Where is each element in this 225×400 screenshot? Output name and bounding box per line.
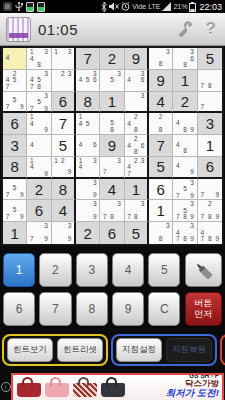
- cell-r2c5[interactable]: 35: [100, 70, 124, 92]
- pencil-note-9: 9: [91, 192, 98, 199]
- pencil-notes: 58: [100, 113, 123, 134]
- battery-widget-icon: [26, 2, 34, 12]
- cell-r6c3[interactable]: 129: [52, 157, 76, 179]
- cell-r4c4[interactable]: 145: [76, 113, 100, 135]
- given-digit: 1: [3, 222, 26, 244]
- pencil-note-2: 2: [59, 71, 66, 78]
- pencil-notes: 37: [100, 157, 123, 177]
- pencil-note-5: 5: [84, 77, 91, 84]
- cell-r6c6[interactable]: 2347: [125, 157, 149, 179]
- given-digit: 9: [125, 48, 147, 69]
- pencil-notes: 46: [76, 135, 99, 156]
- pencil-note-4: 4: [28, 164, 35, 171]
- pencil-note-4: 4: [174, 120, 181, 127]
- pencil-notes: 34789: [173, 222, 196, 244]
- cell-r4c1[interactable]: 6: [3, 113, 27, 135]
- pencil-note-5: 5: [181, 186, 188, 193]
- pencil-note-3: 3: [164, 49, 171, 56]
- cell-r8c1[interactable]: 579: [3, 200, 27, 222]
- pencil-note-3: 3: [189, 201, 196, 208]
- pencil-note-7: 7: [199, 236, 206, 243]
- pencil-notes: 489: [173, 113, 196, 134]
- pencil-notes: 149: [27, 113, 50, 134]
- pencil-note-3: 3: [164, 223, 171, 230]
- pencil-notes: 2347: [125, 157, 147, 177]
- pencil-note-3: 3: [139, 201, 146, 208]
- pencil-note-9: 9: [189, 127, 196, 134]
- pencil-notes: 39: [76, 200, 99, 221]
- cell-r4c7[interactable]: 28: [149, 113, 173, 135]
- pencil-note-8: 8: [35, 84, 42, 91]
- cell-r2c8[interactable]: 1: [173, 70, 197, 92]
- given-digit: 1: [100, 92, 123, 112]
- pencil-note-4: 4: [28, 121, 35, 128]
- pencil-note-3: 3: [139, 93, 146, 100]
- given-digit: 6: [52, 92, 74, 112]
- network-label: LTE: [148, 3, 160, 10]
- pencil-notes: 2468: [125, 135, 147, 156]
- pencil-note-4: 4: [174, 142, 181, 149]
- pencil-note-3: 3: [189, 223, 196, 230]
- cell-r8c5[interactable]: 378: [100, 200, 124, 222]
- cell-r2c1[interactable]: 2457: [3, 70, 27, 92]
- pencil-notes: 579: [3, 179, 26, 200]
- given-digit: 1: [173, 70, 196, 91]
- cell-r1c9[interactable]: 5: [198, 48, 222, 70]
- hint-show-button[interactable]: 힌트보기: [7, 338, 53, 362]
- pencil-note-2: 2: [132, 158, 139, 165]
- pencil-notes: 79: [198, 179, 222, 200]
- given-digit: 8: [52, 179, 74, 200]
- given-digit: 2: [100, 48, 123, 69]
- cell-r1c7[interactable]: 38: [149, 48, 173, 70]
- cell-r1c1[interactable]: 4: [3, 48, 27, 70]
- pencil-note-9: 9: [43, 236, 50, 243]
- numpad-button-1[interactable]: 1: [3, 253, 35, 287]
- pencil-note-8: 8: [157, 236, 164, 243]
- cell-r8c9[interactable]: 2789: [198, 200, 222, 222]
- numpad-row-2: 6789C 버튼 먼저: [3, 292, 222, 326]
- app-logo: [6, 17, 31, 42]
- handbag-image-2: [45, 383, 69, 397]
- pencil-note-9: 9: [66, 236, 73, 243]
- pencil-note-8: 8: [132, 127, 139, 134]
- cell-r3c9[interactable]: 7: [198, 92, 222, 114]
- cell-r3c4[interactable]: 8: [76, 92, 100, 114]
- cell-r8c3[interactable]: 4: [52, 200, 76, 222]
- carrier-label: Vide: [132, 3, 146, 10]
- cell-r1c2[interactable]: 1348: [27, 48, 51, 70]
- numpad-row-2-digits: 6789C: [3, 292, 181, 326]
- cell-r7c6[interactable]: 1: [125, 179, 149, 201]
- pencil-notes: 28: [149, 113, 172, 134]
- cell-r2c7[interactable]: 9: [149, 70, 173, 92]
- clock: 22:03: [199, 2, 222, 12]
- cell-r1c5[interactable]: 2: [100, 48, 124, 70]
- given-digit: 6: [3, 113, 26, 134]
- bluetooth-icon: [101, 2, 107, 12]
- pencil-note-8: 8: [157, 127, 164, 134]
- cell-r7c2[interactable]: 2: [27, 179, 51, 201]
- pencil-note-3: 3: [116, 158, 123, 165]
- given-digit: 6: [27, 200, 50, 221]
- cell-r6c7[interactable]: 5: [149, 157, 173, 179]
- cell-r6c9[interactable]: 6: [198, 157, 222, 179]
- sudoku-grid: 4134813729383685245734578233456353469178…: [3, 48, 222, 244]
- numpad-button-7[interactable]: 7: [39, 292, 71, 326]
- user-digit: 7: [52, 113, 74, 134]
- cell-r5c1[interactable]: 3: [3, 135, 27, 157]
- cell-r5c5[interactable]: 9: [100, 135, 124, 157]
- pencil-notes: 3456: [76, 70, 99, 91]
- pencil-note-8: 8: [181, 214, 188, 221]
- pencil-note-3: 3: [189, 180, 196, 187]
- pencil-note-9: 9: [189, 169, 196, 176]
- pencil-note-6: 6: [91, 77, 98, 84]
- cell-r9c6[interactable]: 5: [125, 222, 149, 244]
- status-bar: Vide LTE 21% 22:03: [0, 0, 225, 13]
- cell-r7c5[interactable]: 4: [100, 179, 124, 201]
- pencil-note-3: 3: [43, 49, 50, 56]
- pencil-notes: 3579: [173, 179, 196, 200]
- pencil-notes: 2789: [198, 200, 222, 221]
- pencil-note-7: 7: [28, 84, 35, 91]
- cell-r7c3[interactable]: 8: [52, 179, 76, 201]
- numpad-button-9[interactable]: 9: [112, 292, 144, 326]
- given-digit: 4: [149, 92, 172, 112]
- cell-r2c2[interactable]: 34578: [27, 70, 51, 92]
- undo-group: 물리기: [220, 334, 225, 366]
- pencil-notes: 78: [198, 70, 222, 91]
- pencil-note-9: 9: [18, 214, 25, 221]
- given-digit: 4: [100, 179, 123, 200]
- pencil-notes: 129: [52, 157, 74, 177]
- pencil-notes: 2457: [3, 70, 26, 91]
- user-digit: 6: [149, 179, 172, 200]
- cell-r4c8[interactable]: 489: [173, 113, 197, 135]
- pencil-notes: 7: [198, 92, 222, 112]
- help-icon[interactable]: ?: [203, 19, 219, 39]
- pencil-note-3: 3: [66, 49, 73, 56]
- pencil-notes: 38: [149, 222, 172, 244]
- cell-r5c8[interactable]: 48: [173, 135, 197, 157]
- pencil-notes: 4789: [198, 222, 222, 244]
- point-set-button[interactable]: 지점설정: [116, 338, 162, 362]
- pencil-note-7: 7: [28, 236, 35, 243]
- pencil-note-6: 6: [139, 77, 146, 84]
- cell-r8c8[interactable]: 35789: [173, 200, 197, 222]
- point-restore-button[interactable]: 지점복원: [166, 338, 212, 362]
- pencil-note-8: 8: [181, 62, 188, 69]
- pencil-note-6: 6: [139, 143, 146, 150]
- pencil-notes: 149: [27, 157, 50, 177]
- numpad-row-1: 12345: [3, 253, 222, 287]
- sudoku-board: 4134813729383685245734578233456353469178…: [1, 46, 224, 246]
- cell-r9c3[interactable]: 39: [52, 222, 76, 244]
- pencil-note-8: 8: [181, 127, 188, 134]
- given-digit: 2: [76, 222, 99, 244]
- system-status-icons: Vide LTE 21% 22:03: [101, 2, 222, 12]
- cell-r9c8[interactable]: 34789: [173, 222, 197, 244]
- ad-subtitle: 최저가 도전!: [166, 388, 219, 398]
- number-pad: 12345 6789C 버튼 먼저: [0, 246, 225, 331]
- handbag-image-3: [73, 383, 97, 397]
- pencil-notes: 35: [100, 70, 123, 91]
- handbag-image-4: [101, 383, 125, 397]
- given-digit: 5: [125, 222, 147, 244]
- pencil-note-2: 2: [132, 136, 139, 143]
- pencil-note-7: 7: [4, 192, 11, 199]
- cell-r7c1[interactable]: 579: [3, 179, 27, 201]
- bag-handle: [50, 377, 61, 386]
- marker-icon: [190, 257, 216, 283]
- cell-r1c4[interactable]: 7: [76, 48, 100, 70]
- pencil-note-9: 9: [91, 214, 98, 221]
- numpad-button-5[interactable]: 5: [148, 253, 180, 287]
- bag-handle: [78, 377, 89, 386]
- cell-r9c1[interactable]: 1: [3, 222, 27, 244]
- pencil-note-9: 9: [189, 236, 196, 243]
- user-digit: 1: [149, 200, 172, 221]
- alarm-icon: [121, 2, 130, 11]
- cell-r3c8[interactable]: 2: [173, 92, 197, 114]
- pencil-note-8: 8: [157, 61, 164, 68]
- given-digit: 2: [173, 92, 196, 112]
- cell-r8c4[interactable]: 39: [76, 200, 100, 222]
- bag-handle: [106, 377, 117, 386]
- pencil-notes: 248: [125, 113, 147, 134]
- cell-r9c9[interactable]: 4789: [198, 222, 222, 244]
- cell-r8c6[interactable]: 378: [125, 200, 149, 222]
- pencil-notes: 48: [173, 135, 196, 156]
- button-first-toggle[interactable]: 버튼 먼저: [185, 292, 223, 326]
- pencil-note-9: 9: [214, 214, 221, 221]
- pencil-notes: 23: [52, 70, 74, 91]
- pencil-note-5: 5: [108, 77, 115, 84]
- pencil-note-7: 7: [199, 192, 206, 199]
- pencil-note-9: 9: [43, 106, 50, 113]
- pencil-note-4: 4: [126, 77, 133, 84]
- cell-r4c3[interactable]: 7: [52, 113, 76, 135]
- cell-r7c8[interactable]: 3579: [173, 179, 197, 201]
- pencil-note-9: 9: [214, 236, 221, 243]
- pencil-notes: 4: [3, 48, 26, 69]
- pencil-note-4: 4: [77, 142, 84, 149]
- cell-r6c8[interactable]: 49: [173, 157, 197, 179]
- cell-r9c7[interactable]: 38: [149, 222, 173, 244]
- numpad-button-6[interactable]: 6: [3, 292, 35, 326]
- pencil-note-8: 8: [181, 148, 188, 155]
- pencil-note-1: 1: [53, 49, 60, 56]
- numpad-button-4[interactable]: 4: [112, 253, 144, 287]
- pencil-note-8: 8: [206, 236, 213, 243]
- cell-r6c1[interactable]: 8: [3, 157, 27, 179]
- cell-r5c6[interactable]: 2468: [125, 135, 149, 157]
- pencil-notes: 579: [3, 200, 26, 221]
- pencil-note-5: 5: [11, 207, 18, 214]
- pencil-notes: 4: [27, 135, 50, 156]
- cell-r1c8[interactable]: 368: [173, 48, 197, 70]
- pencil-notes: 378: [100, 200, 123, 221]
- pencil-note-3: 3: [91, 201, 98, 208]
- cell-r7c4[interactable]: 39: [76, 179, 100, 201]
- cell-r3c6[interactable]: 3: [125, 92, 149, 114]
- cell-r5c4[interactable]: 46: [76, 135, 100, 157]
- cell-r4c5[interactable]: 58: [100, 113, 124, 135]
- battery-icon: [189, 2, 196, 12]
- pencil-note-8: 8: [108, 127, 115, 134]
- pencil-notes: 134: [76, 157, 99, 177]
- pencil-note-7: 7: [199, 214, 206, 221]
- given-digit: 9: [149, 70, 172, 91]
- cell-r2c4[interactable]: 3456: [76, 70, 100, 92]
- cell-r3c2[interactable]: 3579: [27, 92, 51, 114]
- cell-r6c2[interactable]: 149: [27, 157, 51, 179]
- cell-r8c7[interactable]: 1: [149, 200, 173, 222]
- cell-r2c3[interactable]: 23: [52, 70, 76, 92]
- cell-r8c2[interactable]: 6: [27, 200, 51, 222]
- checkpoint-group: 지점설정지점복원: [111, 334, 217, 366]
- wrench-icon[interactable]: [176, 19, 196, 39]
- cell-r3c7[interactable]: 4: [149, 92, 173, 114]
- pencil-note-8: 8: [108, 214, 115, 221]
- cell-r5c9[interactable]: 1: [198, 135, 222, 157]
- pencil-note-7: 7: [199, 83, 206, 90]
- pencil-note-3: 3: [43, 93, 50, 100]
- cell-r9c5[interactable]: 6: [100, 222, 124, 244]
- pencil-notes: 379: [27, 222, 50, 244]
- pencil-notes: 579: [3, 92, 26, 112]
- pencil-notes: 49: [173, 157, 196, 177]
- signal-icon: [162, 2, 171, 11]
- given-digit: 8: [3, 157, 26, 177]
- given-digit: 7: [76, 48, 99, 69]
- cell-r1c6[interactable]: 9: [125, 48, 149, 70]
- pencil-note-7: 7: [101, 169, 108, 176]
- pencil-notes: 145: [76, 113, 99, 134]
- cell-r1c3[interactable]: 13: [52, 48, 76, 70]
- cell-r5c7[interactable]: 7: [149, 135, 173, 157]
- pencil-notes: 39: [52, 222, 74, 244]
- pencil-note-2: 2: [132, 114, 139, 121]
- pencil-notes: 34578: [27, 70, 50, 91]
- given-digit: 9: [100, 135, 123, 156]
- cell-r3c1[interactable]: 579: [3, 92, 27, 114]
- cell-r4c6[interactable]: 248: [125, 113, 149, 135]
- cell-r6c5[interactable]: 37: [100, 157, 124, 179]
- pencil-note-4: 4: [28, 142, 35, 149]
- given-digit: 1: [125, 179, 147, 200]
- pencil-note-4: 4: [4, 55, 11, 62]
- cell-r5c2[interactable]: 4: [27, 135, 51, 157]
- numpad-button-C[interactable]: C: [148, 292, 180, 326]
- button-first-line1: 버튼: [194, 298, 212, 309]
- pencil-note-9: 9: [18, 192, 25, 199]
- pencil-note-3: 3: [91, 180, 98, 187]
- pencil-note-7: 7: [4, 104, 11, 111]
- given-digit: 7: [149, 135, 172, 156]
- pencil-note-3: 3: [66, 71, 73, 78]
- usb-icon: [15, 2, 23, 12]
- pencil-note-2: 2: [206, 201, 213, 208]
- given-digit: 4: [52, 200, 74, 221]
- cell-r3c5[interactable]: 1: [100, 92, 124, 114]
- given-digit: 2: [27, 179, 50, 200]
- game-timer: 01:05: [38, 21, 78, 38]
- pencil-note-6: 6: [189, 56, 196, 63]
- pencil-notes: 3: [125, 92, 147, 112]
- ad-banner[interactable]: GS SH✳P 닥스가방 최저가 도전!: [11, 373, 224, 400]
- cell-r6c4[interactable]: 134: [76, 157, 100, 179]
- cell-r3c3[interactable]: 6: [52, 92, 76, 114]
- hint-group: 힌트보기힌트리셋: [2, 334, 108, 366]
- pencil-note-7: 7: [174, 214, 181, 221]
- cell-r9c2[interactable]: 379: [27, 222, 51, 244]
- given-digit: 5: [149, 157, 172, 177]
- pencil-note-4: 4: [77, 164, 84, 171]
- given-digit: 6: [100, 222, 123, 244]
- given-digit: 3: [198, 113, 222, 134]
- pencil-note-2: 2: [157, 114, 164, 121]
- given-digit: 3: [3, 135, 26, 156]
- pencil-note-5: 5: [11, 77, 18, 84]
- cell-r4c9[interactable]: 3: [198, 113, 222, 135]
- pencil-note-8: 8: [181, 236, 188, 243]
- pencil-notes: 39: [76, 179, 99, 200]
- numpad-button-8[interactable]: 8: [76, 292, 108, 326]
- pencil-notes: 368: [173, 48, 196, 69]
- numpad-button-2[interactable]: 2: [39, 253, 71, 287]
- pencil-note-3: 3: [66, 223, 73, 230]
- cell-r2c9[interactable]: 78: [198, 70, 222, 92]
- pencil-note-3: 3: [116, 71, 123, 78]
- ad-bags: [17, 383, 125, 399]
- pencil-note-3: 3: [43, 71, 50, 78]
- pencil-note-3: 3: [139, 158, 146, 165]
- pencil-note-7: 7: [126, 214, 133, 221]
- numpad-button-3[interactable]: 3: [76, 253, 108, 287]
- pencil-note-7: 7: [126, 171, 133, 178]
- cell-r7c9[interactable]: 79: [198, 179, 222, 201]
- cell-r2c6[interactable]: 346: [125, 70, 149, 92]
- pencil-note-9: 9: [43, 127, 50, 134]
- pencil-note-4: 4: [77, 121, 84, 128]
- info-icon[interactable]: i: [1, 382, 11, 392]
- pencil-note-4: 4: [174, 163, 181, 170]
- pencil-notes: 378: [125, 200, 147, 221]
- cell-r5c3[interactable]: 5: [52, 135, 76, 157]
- pencil-note-5: 5: [11, 97, 18, 104]
- ad-text: GS SH✳P 닥스가방 최저가 도전!: [166, 373, 219, 399]
- cell-r7c7[interactable]: 6: [149, 179, 173, 201]
- sudoku-app-screen: Vide LTE 21% 22:03 01:05 ? 4134813729383…: [0, 0, 225, 400]
- pencil-notes: 1348: [27, 48, 50, 69]
- battery-percent: 21%: [173, 3, 187, 10]
- app-notification-icon: [3, 2, 12, 11]
- pencil-note-9: 9: [189, 214, 196, 221]
- ad-row: i GS SH✳P 닥스가방 최저가 도전!: [0, 370, 225, 400]
- pencil-note-8: 8: [206, 214, 213, 221]
- pencil-note-9: 9: [18, 104, 25, 111]
- ad-info-wrap: i: [0, 382, 11, 392]
- cell-r9c4[interactable]: 2: [76, 222, 100, 244]
- cell-r4c2[interactable]: 149: [27, 113, 51, 135]
- pencil-notes: 13: [52, 48, 74, 69]
- pen-mode-button[interactable]: [185, 253, 223, 287]
- pencil-note-7: 7: [174, 193, 181, 200]
- pencil-note-7: 7: [101, 214, 108, 221]
- hint-reset-button[interactable]: 힌트리셋: [57, 338, 103, 362]
